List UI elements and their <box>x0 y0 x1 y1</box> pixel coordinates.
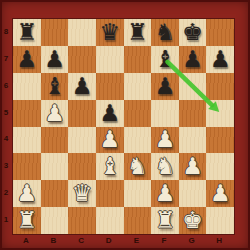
piece-black-pawn[interactable]: ♟ <box>155 75 176 98</box>
piece-white-king[interactable]: ♚ <box>182 209 203 232</box>
square-f5[interactable] <box>151 100 179 127</box>
square-e6[interactable] <box>124 73 152 100</box>
square-g6[interactable] <box>179 73 207 100</box>
square-d1[interactable] <box>96 207 124 234</box>
piece-black-pawn[interactable]: ♟ <box>99 102 120 125</box>
square-g3[interactable]: ♟ <box>179 153 207 180</box>
square-g5[interactable] <box>179 100 207 127</box>
piece-white-pawn[interactable]: ♟ <box>44 102 65 125</box>
piece-black-pawn[interactable]: ♟ <box>72 75 93 98</box>
square-a5[interactable] <box>13 100 41 127</box>
square-b3[interactable] <box>41 153 69 180</box>
square-a8[interactable]: ♜ <box>13 19 41 46</box>
square-h7[interactable]: ♟ <box>206 46 234 73</box>
square-h1[interactable] <box>206 207 234 234</box>
square-c4[interactable] <box>68 127 96 154</box>
piece-black-rook[interactable]: ♜ <box>17 21 38 44</box>
square-a7[interactable]: ♟ <box>13 46 41 73</box>
rank-label-5: 5 <box>0 99 12 126</box>
piece-white-pawn[interactable]: ♟ <box>182 155 203 178</box>
file-label-g: G <box>178 233 206 248</box>
square-f4[interactable]: ♟ <box>151 127 179 154</box>
square-b5[interactable]: ♟ <box>41 100 69 127</box>
square-c1[interactable] <box>68 207 96 234</box>
file-label-a: A <box>12 233 40 248</box>
square-f3[interactable]: ♞ <box>151 153 179 180</box>
square-c5[interactable] <box>68 100 96 127</box>
rank-label-2: 2 <box>0 179 12 206</box>
square-d4[interactable]: ♟ <box>96 127 124 154</box>
square-a4[interactable] <box>13 127 41 154</box>
square-c7[interactable] <box>68 46 96 73</box>
rank-label-4: 4 <box>0 126 12 153</box>
square-e8[interactable]: ♜ <box>124 19 152 46</box>
square-f6[interactable]: ♟ <box>151 73 179 100</box>
square-a3[interactable] <box>13 153 41 180</box>
piece-white-queen[interactable]: ♛ <box>72 182 93 205</box>
square-f8[interactable]: ♞ <box>151 19 179 46</box>
square-a1[interactable]: ♜ <box>13 207 41 234</box>
piece-black-bishop[interactable]: ♝ <box>155 48 176 71</box>
square-e4[interactable] <box>124 127 152 154</box>
square-d6[interactable] <box>96 73 124 100</box>
square-f2[interactable]: ♟ <box>151 180 179 207</box>
piece-black-pawn[interactable]: ♟ <box>210 48 231 71</box>
piece-black-bishop[interactable]: ♝ <box>44 75 65 98</box>
file-label-e: E <box>123 233 151 248</box>
piece-white-pawn[interactable]: ♟ <box>155 128 176 151</box>
square-c2[interactable]: ♛ <box>68 180 96 207</box>
square-c6[interactable]: ♟ <box>68 73 96 100</box>
square-h4[interactable] <box>206 127 234 154</box>
square-e2[interactable] <box>124 180 152 207</box>
square-g4[interactable] <box>179 127 207 154</box>
chess-board: ♜♛♜♞♚♟♟♝♟♟♝♟♟♟♟♟♟♝♞♞♟♟♛♟♟♜♜♚ <box>12 18 235 235</box>
square-h2[interactable]: ♟ <box>206 180 234 207</box>
square-g8[interactable]: ♚ <box>179 19 207 46</box>
piece-white-pawn[interactable]: ♟ <box>155 182 176 205</box>
square-d2[interactable] <box>96 180 124 207</box>
square-h6[interactable] <box>206 73 234 100</box>
piece-white-knight[interactable]: ♞ <box>155 155 176 178</box>
piece-white-bishop[interactable]: ♝ <box>99 155 120 178</box>
square-c3[interactable] <box>68 153 96 180</box>
rank-label-1: 1 <box>0 206 12 233</box>
square-e7[interactable] <box>124 46 152 73</box>
square-c8[interactable] <box>68 19 96 46</box>
square-a6[interactable] <box>13 73 41 100</box>
chess-board-window: 87654321 ♜♛♜♞♚♟♟♝♟♟♝♟♟♟♟♟♟♝♞♞♟♟♛♟♟♜♜♚ AB… <box>0 0 250 250</box>
square-b2[interactable] <box>41 180 69 207</box>
piece-black-rook[interactable]: ♜ <box>127 21 148 44</box>
square-g1[interactable]: ♚ <box>179 207 207 234</box>
file-label-h: H <box>205 233 233 248</box>
piece-white-pawn[interactable]: ♟ <box>99 128 120 151</box>
square-a2[interactable]: ♟ <box>13 180 41 207</box>
square-b1[interactable] <box>41 207 69 234</box>
square-e3[interactable]: ♞ <box>124 153 152 180</box>
file-label-d: D <box>95 233 123 248</box>
square-b4[interactable] <box>41 127 69 154</box>
piece-black-king[interactable]: ♚ <box>182 21 203 44</box>
piece-white-rook[interactable]: ♜ <box>155 209 176 232</box>
square-h3[interactable] <box>206 153 234 180</box>
piece-black-queen[interactable]: ♛ <box>99 21 120 44</box>
rank-label-8: 8 <box>0 18 12 45</box>
file-labels: ABCDEFGH <box>12 233 233 248</box>
square-e5[interactable] <box>124 100 152 127</box>
square-b7[interactable]: ♟ <box>41 46 69 73</box>
square-h5[interactable] <box>206 100 234 127</box>
piece-black-knight[interactable]: ♞ <box>155 21 176 44</box>
square-g2[interactable] <box>179 180 207 207</box>
square-d3[interactable]: ♝ <box>96 153 124 180</box>
file-label-b: B <box>40 233 68 248</box>
piece-black-pawn[interactable]: ♟ <box>17 48 38 71</box>
square-f1[interactable]: ♜ <box>151 207 179 234</box>
square-e1[interactable] <box>124 207 152 234</box>
rank-label-3: 3 <box>0 152 12 179</box>
rank-label-7: 7 <box>0 45 12 72</box>
square-g7[interactable]: ♟ <box>179 46 207 73</box>
piece-black-pawn[interactable]: ♟ <box>182 48 203 71</box>
file-label-f: F <box>150 233 178 248</box>
piece-white-knight[interactable]: ♞ <box>127 155 148 178</box>
square-d8[interactable]: ♛ <box>96 19 124 46</box>
piece-white-pawn[interactable]: ♟ <box>17 182 38 205</box>
file-label-c: C <box>67 233 95 248</box>
square-h8[interactable] <box>206 19 234 46</box>
square-d7[interactable] <box>96 46 124 73</box>
rank-labels: 87654321 <box>0 18 12 233</box>
square-b8[interactable] <box>41 19 69 46</box>
piece-black-pawn[interactable]: ♟ <box>44 48 65 71</box>
rank-label-6: 6 <box>0 72 12 99</box>
square-b6[interactable]: ♝ <box>41 73 69 100</box>
piece-white-pawn[interactable]: ♟ <box>210 182 231 205</box>
square-d5[interactable]: ♟ <box>96 100 124 127</box>
square-f7[interactable]: ♝ <box>151 46 179 73</box>
piece-white-rook[interactable]: ♜ <box>17 209 38 232</box>
